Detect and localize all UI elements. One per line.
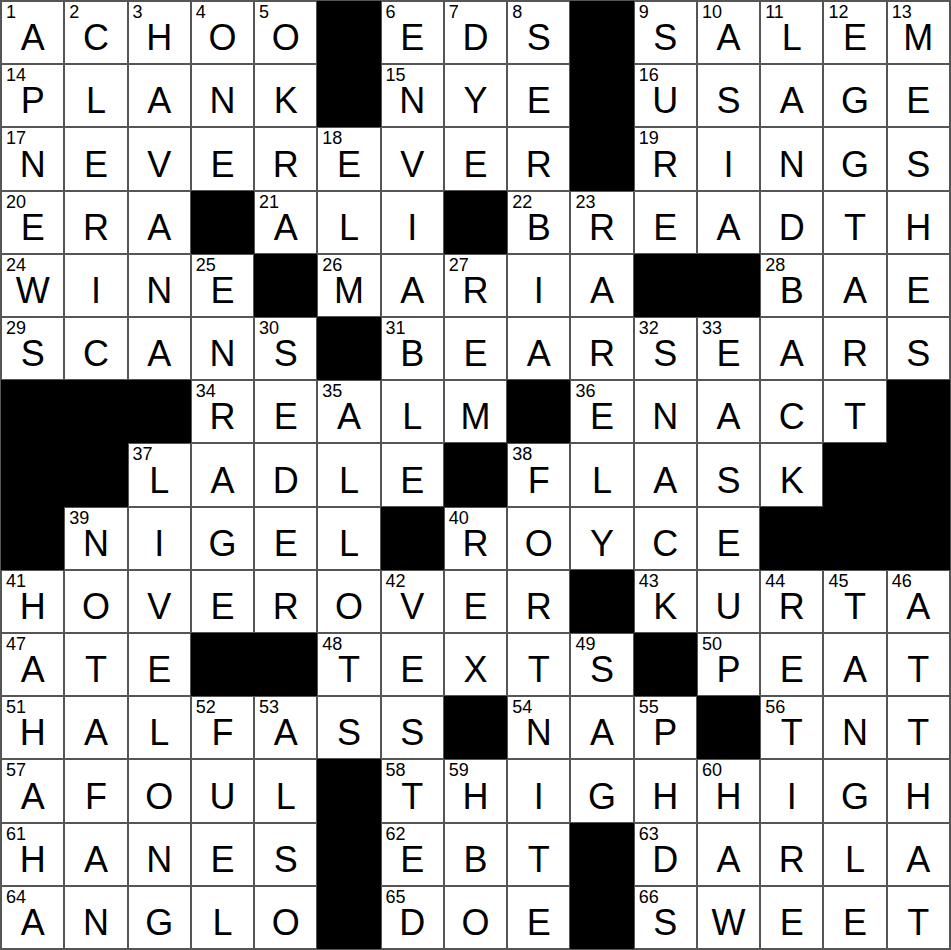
cell-r14c9[interactable]: T [507, 823, 570, 886]
cell-r12c5[interactable]: 53A [254, 696, 317, 759]
cell-r11c1[interactable]: 47A [1, 633, 64, 696]
cell-letter: F [65, 779, 126, 815]
cell-r11c9[interactable]: T [507, 633, 570, 696]
cell-r15c2[interactable]: N [64, 886, 127, 949]
cell-r14c12[interactable]: A [697, 823, 760, 886]
cell-letter: T [888, 652, 949, 688]
black-cell-r12c8 [444, 696, 507, 759]
cell-r8c10[interactable]: L [570, 443, 633, 506]
cell-r12c10[interactable]: A [570, 696, 633, 759]
cell-letter: F [508, 463, 569, 499]
cell-r2c13[interactable]: A [760, 64, 823, 127]
cell-r4c14[interactable]: T [823, 191, 886, 254]
cell-r14c1[interactable]: 61H [1, 823, 64, 886]
cell-r13c7[interactable]: 58T [381, 759, 444, 822]
cell-letter: A [508, 336, 569, 372]
cell-r9c8[interactable]: 40R [444, 507, 507, 570]
cell-r1c11[interactable]: 9S [634, 1, 697, 64]
cell-r11c14[interactable]: A [823, 633, 886, 696]
cell-r10c2[interactable]: O [64, 570, 127, 633]
cell-letter: N [65, 526, 126, 562]
cell-letter: T [824, 589, 885, 625]
cell-r2c5[interactable]: K [254, 64, 317, 127]
cell-r1c14[interactable]: 12E [823, 1, 886, 64]
cell-letter: X [445, 652, 506, 688]
cell-letter: T [508, 842, 569, 878]
cell-letter: T [761, 715, 822, 751]
cell-letter: L [318, 210, 379, 246]
cell-letter: N [761, 147, 822, 183]
cell-r11c8[interactable]: X [444, 633, 507, 696]
cell-r3c9[interactable]: R [507, 127, 570, 190]
cell-r5c8[interactable]: 27R [444, 254, 507, 317]
black-cell-r9c7 [381, 507, 444, 570]
cell-r11c15[interactable]: T [887, 633, 950, 696]
cell-r4c11[interactable]: E [634, 191, 697, 254]
black-cell-r10c10 [570, 570, 633, 633]
cell-r12c3[interactable]: L [128, 696, 191, 759]
cell-r11c12[interactable]: 50P [697, 633, 760, 696]
cell-r8c7[interactable]: E [381, 443, 444, 506]
black-cell-r5c5 [254, 254, 317, 317]
cell-r5c2[interactable]: I [64, 254, 127, 317]
cell-r14c14[interactable]: L [823, 823, 886, 886]
cell-letter: M [318, 273, 379, 309]
cell-r6c15[interactable]: S [887, 317, 950, 380]
cell-letter: E [508, 83, 569, 119]
cell-letter: S [382, 715, 443, 751]
cell-r7c5[interactable]: E [254, 380, 317, 443]
cell-r10c15[interactable]: 46A [887, 570, 950, 633]
cell-r3c1[interactable]: 17N [1, 127, 64, 190]
cell-r10c4[interactable]: E [191, 570, 254, 633]
cell-letter: S [508, 20, 569, 56]
cell-letter: R [571, 210, 632, 246]
cell-r5c7[interactable]: A [381, 254, 444, 317]
cell-r10c9[interactable]: R [507, 570, 570, 633]
cell-r13c3[interactable]: O [128, 759, 191, 822]
cell-r12c6[interactable]: S [317, 696, 380, 759]
cell-r7c4[interactable]: 34R [191, 380, 254, 443]
cell-r3c11[interactable]: 19R [634, 127, 697, 190]
cell-r3c7[interactable]: V [381, 127, 444, 190]
cell-r9c3[interactable]: I [128, 507, 191, 570]
cell-r1c13[interactable]: 11L [760, 1, 823, 64]
cell-r4c3[interactable]: A [128, 191, 191, 254]
cell-letter: H [698, 779, 759, 815]
cell-r15c14[interactable]: E [823, 886, 886, 949]
cell-letter: S [2, 336, 63, 372]
cell-letter: A [318, 399, 379, 435]
cell-r15c3[interactable]: G [128, 886, 191, 949]
cell-r6c7[interactable]: 31B [381, 317, 444, 380]
cell-letter: S [888, 147, 949, 183]
cell-letter: O [318, 589, 379, 625]
cell-r10c11[interactable]: 43K [634, 570, 697, 633]
cell-r2c2[interactable]: L [64, 64, 127, 127]
cell-r6c12[interactable]: 33E [697, 317, 760, 380]
black-cell-r4c4 [191, 191, 254, 254]
cell-r1c2[interactable]: 2C [64, 1, 127, 64]
cell-r6c9[interactable]: A [507, 317, 570, 380]
cell-letter: E [571, 399, 632, 435]
cell-r14c8[interactable]: B [444, 823, 507, 886]
cell-r12c13[interactable]: 56T [760, 696, 823, 759]
cell-r10c14[interactable]: 45T [823, 570, 886, 633]
cell-r12c2[interactable]: A [64, 696, 127, 759]
cell-letter: A [192, 463, 253, 499]
cell-r15c7[interactable]: 65D [381, 886, 444, 949]
cell-r4c13[interactable]: D [760, 191, 823, 254]
cell-letter: O [192, 20, 253, 56]
cell-letter: T [318, 652, 379, 688]
black-cell-r1c10 [570, 1, 633, 64]
black-cell-r13c6 [317, 759, 380, 822]
cell-r2c9[interactable]: E [507, 64, 570, 127]
cell-r4c6[interactable]: L [317, 191, 380, 254]
cell-r14c15[interactable]: A [887, 823, 950, 886]
cell-letter: D [445, 20, 506, 56]
cell-r5c3[interactable]: N [128, 254, 191, 317]
cell-r11c6[interactable]: 48T [317, 633, 380, 696]
cell-letter: A [2, 652, 63, 688]
cell-r11c10[interactable]: 49S [570, 633, 633, 696]
cell-r10c8[interactable]: E [444, 570, 507, 633]
cell-r12c11[interactable]: 55P [634, 696, 697, 759]
cell-r7c10[interactable]: 36E [570, 380, 633, 443]
cell-r2c11[interactable]: 16U [634, 64, 697, 127]
cell-r14c13[interactable]: R [760, 823, 823, 886]
cell-r4c5[interactable]: 21A [254, 191, 317, 254]
cell-r11c2[interactable]: T [64, 633, 127, 696]
cell-r12c14[interactable]: N [823, 696, 886, 759]
cell-r13c9[interactable]: I [507, 759, 570, 822]
cell-r12c7[interactable]: S [381, 696, 444, 759]
cell-letter: A [382, 273, 443, 309]
cell-letter: S [318, 715, 379, 751]
cell-r15c1[interactable]: 64A [1, 886, 64, 949]
black-cell-r2c10 [570, 64, 633, 127]
cell-r8c12[interactable]: S [697, 443, 760, 506]
cell-letter: E [508, 905, 569, 941]
cell-letter: T [65, 652, 126, 688]
cell-letter: T [382, 779, 443, 815]
cell-r6c13[interactable]: A [760, 317, 823, 380]
cell-letter: S [635, 905, 696, 941]
cell-r15c12[interactable]: W [697, 886, 760, 949]
cell-letter: A [129, 210, 190, 246]
cell-r5c15[interactable]: E [887, 254, 950, 317]
cell-r14c3[interactable]: N [128, 823, 191, 886]
cell-r9c12[interactable]: E [697, 507, 760, 570]
cell-letter: H [888, 779, 949, 815]
cell-letter: R [571, 336, 632, 372]
cell-r6c11[interactable]: 32S [634, 317, 697, 380]
cell-letter: H [445, 779, 506, 815]
cell-letter: O [65, 589, 126, 625]
cell-letter: L [255, 779, 316, 815]
cell-r6c2[interactable]: C [64, 317, 127, 380]
cell-r3c5[interactable]: R [254, 127, 317, 190]
cell-r5c14[interactable]: A [823, 254, 886, 317]
cell-letter: A [65, 842, 126, 878]
cell-r9c10[interactable]: Y [570, 507, 633, 570]
cell-letter: G [129, 905, 190, 941]
cell-letter: H [2, 589, 63, 625]
cell-r2c8[interactable]: Y [444, 64, 507, 127]
cell-letter: T [508, 652, 569, 688]
cell-r14c5[interactable]: S [254, 823, 317, 886]
cell-r5c9[interactable]: I [507, 254, 570, 317]
clue-number-8: 8 [512, 3, 522, 22]
cell-r4c1[interactable]: 20E [1, 191, 64, 254]
cell-r15c11[interactable]: 66S [634, 886, 697, 949]
cell-r4c15[interactable]: H [887, 191, 950, 254]
cell-r6c14[interactable]: R [823, 317, 886, 380]
cell-letter: A [65, 715, 126, 751]
cell-r13c1[interactable]: 57A [1, 759, 64, 822]
cell-r7c14[interactable]: T [823, 380, 886, 443]
cell-letter: B [445, 842, 506, 878]
cell-r8c11[interactable]: A [634, 443, 697, 506]
cell-letter: G [192, 526, 253, 562]
cell-letter: U [192, 779, 253, 815]
cell-r8c13[interactable]: K [760, 443, 823, 506]
cell-r5c10[interactable]: A [570, 254, 633, 317]
cell-r10c7[interactable]: 42V [381, 570, 444, 633]
cell-r6c1[interactable]: 29S [1, 317, 64, 380]
cell-r13c11[interactable]: H [634, 759, 697, 822]
cell-r7c13[interactable]: C [760, 380, 823, 443]
cell-letter: E [318, 147, 379, 183]
cell-letter: K [255, 83, 316, 119]
cell-letter: A [698, 842, 759, 878]
clue-number-7: 7 [449, 3, 459, 22]
cell-letter: R [761, 589, 822, 625]
black-cell-r15c6 [317, 886, 380, 949]
cell-letter: C [65, 20, 126, 56]
cell-letter: E [192, 589, 253, 625]
cell-r3c13[interactable]: N [760, 127, 823, 190]
cell-letter: L [129, 715, 190, 751]
cell-r5c4[interactable]: 25E [191, 254, 254, 317]
cell-r5c13[interactable]: 28B [760, 254, 823, 317]
cell-r9c2[interactable]: 39N [64, 507, 127, 570]
cell-letter: E [761, 652, 822, 688]
cell-r3c15[interactable]: S [887, 127, 950, 190]
cell-r12c1[interactable]: 51H [1, 696, 64, 759]
cell-r1c1[interactable]: 1A [1, 1, 64, 64]
cell-r1c8[interactable]: 7D [444, 1, 507, 64]
cell-letter: L [382, 399, 443, 435]
clue-number-9: 9 [639, 3, 649, 22]
cell-r13c5[interactable]: L [254, 759, 317, 822]
cell-letter: R [761, 842, 822, 878]
cell-letter: E [445, 336, 506, 372]
cell-letter: C [761, 399, 822, 435]
cell-r4c9[interactable]: 22B [507, 191, 570, 254]
cell-letter: E [382, 842, 443, 878]
cell-r13c4[interactable]: U [191, 759, 254, 822]
cell-r10c5[interactable]: R [254, 570, 317, 633]
cell-letter: T [888, 905, 949, 941]
cell-letter: O [508, 526, 569, 562]
clue-number-4: 4 [196, 3, 206, 22]
cell-r2c7[interactable]: 15N [381, 64, 444, 127]
cell-r5c6[interactable]: 26M [317, 254, 380, 317]
cell-r1c9[interactable]: 8S [507, 1, 570, 64]
cell-letter: G [571, 779, 632, 815]
cell-r7c11[interactable]: N [634, 380, 697, 443]
cell-r3c4[interactable]: E [191, 127, 254, 190]
cell-letter: I [508, 273, 569, 309]
cell-letter: M [445, 399, 506, 435]
cell-r6c5[interactable]: 30S [254, 317, 317, 380]
cell-r8c5[interactable]: D [254, 443, 317, 506]
cell-r8c4[interactable]: A [191, 443, 254, 506]
cell-letter: B [382, 336, 443, 372]
cell-r3c14[interactable]: G [823, 127, 886, 190]
cell-letter: T [824, 399, 885, 435]
cell-r13c14[interactable]: G [823, 759, 886, 822]
cell-r6c10[interactable]: R [570, 317, 633, 380]
cell-r8c9[interactable]: 38F [507, 443, 570, 506]
cell-r7c6[interactable]: 35A [317, 380, 380, 443]
cell-r4c2[interactable]: R [64, 191, 127, 254]
cell-r2c15[interactable]: E [887, 64, 950, 127]
cell-r4c10[interactable]: 23R [570, 191, 633, 254]
cell-r15c4[interactable]: L [191, 886, 254, 949]
cell-r12c4[interactable]: 52F [191, 696, 254, 759]
cell-r14c2[interactable]: A [64, 823, 127, 886]
cell-letter: V [129, 589, 190, 625]
cell-letter: D [635, 842, 696, 878]
cell-r13c8[interactable]: 59H [444, 759, 507, 822]
cell-r1c3[interactable]: 3H [128, 1, 191, 64]
cell-letter: V [382, 147, 443, 183]
cell-r1c5[interactable]: 5O [254, 1, 317, 64]
cell-letter: E [635, 210, 696, 246]
cell-r13c10[interactable]: G [570, 759, 633, 822]
cell-letter: N [192, 336, 253, 372]
cell-letter: N [508, 715, 569, 751]
cell-r12c15[interactable]: T [887, 696, 950, 759]
cell-r9c4[interactable]: G [191, 507, 254, 570]
cell-letter: E [888, 273, 949, 309]
cell-r13c13[interactable]: I [760, 759, 823, 822]
cell-r11c3[interactable]: E [128, 633, 191, 696]
cell-r3c6[interactable]: 18E [317, 127, 380, 190]
cell-r9c9[interactable]: O [507, 507, 570, 570]
cell-r15c9[interactable]: E [507, 886, 570, 949]
black-cell-r4c8 [444, 191, 507, 254]
cell-r5c1[interactable]: 24W [1, 254, 64, 317]
cell-letter: R [508, 589, 569, 625]
cell-r10c6[interactable]: O [317, 570, 380, 633]
black-cell-r8c2 [64, 443, 127, 506]
cell-r13c2[interactable]: F [64, 759, 127, 822]
cell-letter: W [698, 905, 759, 941]
cell-letter: H [2, 715, 63, 751]
cell-r8c3[interactable]: 37L [128, 443, 191, 506]
cell-r1c12[interactable]: 10A [697, 1, 760, 64]
cell-r6c4[interactable]: N [191, 317, 254, 380]
cell-r7c8[interactable]: M [444, 380, 507, 443]
cell-letter: S [635, 336, 696, 372]
cell-r1c7[interactable]: 6E [381, 1, 444, 64]
cell-letter: F [192, 715, 253, 751]
cell-letter: A [2, 20, 63, 56]
cell-r14c4[interactable]: E [191, 823, 254, 886]
cell-r14c11[interactable]: 63D [634, 823, 697, 886]
cell-r10c3[interactable]: V [128, 570, 191, 633]
cell-r6c8[interactable]: E [444, 317, 507, 380]
cell-r2c3[interactable]: A [128, 64, 191, 127]
cell-r11c7[interactable]: E [381, 633, 444, 696]
cell-r4c7[interactable]: I [381, 191, 444, 254]
black-cell-r14c6 [317, 823, 380, 886]
cell-r12c9[interactable]: 54N [507, 696, 570, 759]
cell-r3c3[interactable]: V [128, 127, 191, 190]
cell-r3c2[interactable]: E [64, 127, 127, 190]
cell-letter: S [888, 336, 949, 372]
cell-r15c13[interactable]: E [760, 886, 823, 949]
cell-r4c12[interactable]: A [697, 191, 760, 254]
cell-letter: A [824, 273, 885, 309]
cell-r2c12[interactable]: S [697, 64, 760, 127]
cell-letter: O [255, 905, 316, 941]
cell-letter: S [635, 20, 696, 56]
black-cell-r5c11 [634, 254, 697, 317]
cell-letter: G [824, 83, 885, 119]
cell-r1c15[interactable]: 13M [887, 1, 950, 64]
cell-r2c14[interactable]: G [823, 64, 886, 127]
cell-r2c1[interactable]: 14P [1, 64, 64, 127]
cell-r2c4[interactable]: N [191, 64, 254, 127]
cell-r10c12[interactable]: U [697, 570, 760, 633]
cell-r6c3[interactable]: A [128, 317, 191, 380]
cell-r9c6[interactable]: L [317, 507, 380, 570]
cell-r15c8[interactable]: O [444, 886, 507, 949]
cell-r15c5[interactable]: O [254, 886, 317, 949]
cell-r9c5[interactable]: E [254, 507, 317, 570]
cell-letter: D [382, 905, 443, 941]
black-cell-r14c10 [570, 823, 633, 886]
cell-letter: N [192, 83, 253, 119]
cell-letter: L [571, 463, 632, 499]
cell-letter: R [445, 273, 506, 309]
cell-letter: K [635, 589, 696, 625]
cell-letter: D [255, 463, 316, 499]
cell-r13c12[interactable]: 60H [697, 759, 760, 822]
cell-r1c4[interactable]: 4O [191, 1, 254, 64]
cell-r15c15[interactable]: T [887, 886, 950, 949]
cell-r11c13[interactable]: E [760, 633, 823, 696]
cell-r14c7[interactable]: 62E [381, 823, 444, 886]
cell-r7c12[interactable]: A [697, 380, 760, 443]
cell-r9c11[interactable]: C [634, 507, 697, 570]
cell-r8c6[interactable]: L [317, 443, 380, 506]
cell-r7c7[interactable]: L [381, 380, 444, 443]
cell-r13c15[interactable]: H [887, 759, 950, 822]
cell-letter: P [2, 83, 63, 119]
cell-letter: K [761, 463, 822, 499]
cell-r3c12[interactable]: I [697, 127, 760, 190]
black-cell-r2c6 [317, 64, 380, 127]
cell-r10c13[interactable]: 44R [760, 570, 823, 633]
cell-r3c8[interactable]: E [444, 127, 507, 190]
cell-r10c1[interactable]: 41H [1, 570, 64, 633]
